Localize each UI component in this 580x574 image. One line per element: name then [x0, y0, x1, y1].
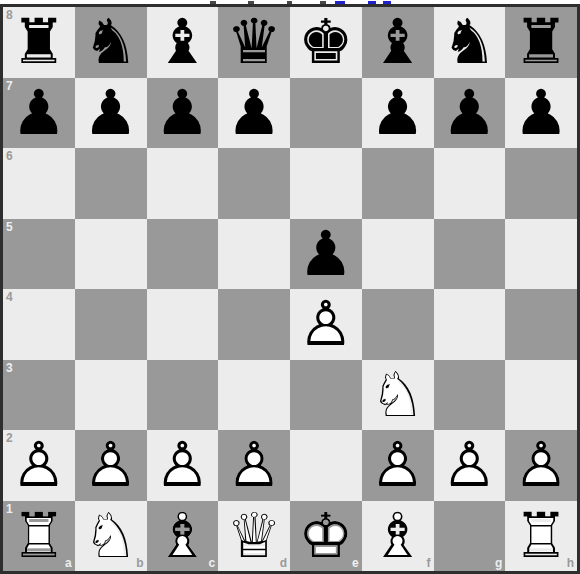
white-pawn-piece: ♟♙ [505, 430, 577, 501]
rank-label-8: 8 [6, 9, 13, 21]
square-d2[interactable]: ♟♙ [218, 430, 290, 501]
black-pawn-piece: ♟ [362, 78, 434, 149]
square-b3[interactable] [75, 360, 147, 431]
square-d8[interactable]: ♛ [218, 7, 290, 78]
black-pawn-piece: ♟ [147, 78, 219, 149]
rank-label-1: 1 [6, 503, 13, 515]
black-pawn-piece: ♟ [218, 78, 290, 149]
white-pawn-piece: ♟♙ [147, 430, 219, 501]
square-b1[interactable]: b♞♘ [75, 501, 147, 572]
square-c2[interactable]: ♟♙ [147, 430, 219, 501]
white-pawn-piece: ♟♙ [3, 430, 75, 501]
square-e6[interactable] [290, 148, 362, 219]
black-rook-piece: ♜ [3, 7, 75, 78]
white-knight-piece: ♞♘ [75, 501, 147, 572]
file-label-b: b [136, 557, 143, 569]
square-a7[interactable]: 7♟ [3, 78, 75, 149]
white-bishop-piece: ♝♗ [147, 501, 219, 572]
black-rook-piece: ♜ [505, 7, 577, 78]
square-h8[interactable]: ♜ [505, 7, 577, 78]
square-d5[interactable] [218, 219, 290, 290]
square-e5[interactable]: ♟ [290, 219, 362, 290]
square-f6[interactable] [362, 148, 434, 219]
square-g8[interactable]: ♞ [434, 7, 506, 78]
white-queen-piece: ♛♕ [218, 501, 290, 572]
white-pawn-piece: ♟♙ [290, 289, 362, 360]
black-pawn-piece: ♟ [434, 78, 506, 149]
black-bishop-piece: ♝ [147, 7, 219, 78]
white-pawn-piece: ♟♙ [434, 430, 506, 501]
square-g7[interactable]: ♟ [434, 78, 506, 149]
chess-board: 8♜♞♝♛♚♝♞♜7♟♟♟♟♟♟♟65♟4♟♙3♞♘2♟♙♟♙♟♙♟♙♟♙♟♙♟… [0, 4, 580, 574]
square-a3[interactable]: 3 [3, 360, 75, 431]
black-pawn-piece: ♟ [3, 78, 75, 149]
rank-label-7: 7 [6, 80, 13, 92]
black-king-piece: ♚ [290, 7, 362, 78]
square-f3[interactable]: ♞♘ [362, 360, 434, 431]
black-pawn-piece: ♟ [290, 219, 362, 290]
square-c3[interactable] [147, 360, 219, 431]
square-c5[interactable] [147, 219, 219, 290]
square-f4[interactable] [362, 289, 434, 360]
square-a6[interactable]: 6 [3, 148, 75, 219]
square-a1[interactable]: 1a♜♖ [3, 501, 75, 572]
square-h6[interactable] [505, 148, 577, 219]
square-h7[interactable]: ♟ [505, 78, 577, 149]
square-f2[interactable]: ♟♙ [362, 430, 434, 501]
rank-label-6: 6 [6, 150, 13, 162]
rank-label-4: 4 [6, 291, 13, 303]
square-h5[interactable] [505, 219, 577, 290]
square-b2[interactable]: ♟♙ [75, 430, 147, 501]
square-b6[interactable] [75, 148, 147, 219]
square-c8[interactable]: ♝ [147, 7, 219, 78]
white-bishop-piece: ♝♗ [362, 501, 434, 572]
square-d4[interactable] [218, 289, 290, 360]
square-g6[interactable] [434, 148, 506, 219]
square-e3[interactable] [290, 360, 362, 431]
white-rook-piece: ♜♖ [505, 501, 577, 572]
square-g3[interactable] [434, 360, 506, 431]
square-d1[interactable]: d♛♕ [218, 501, 290, 572]
white-king-piece: ♚♔ [290, 501, 362, 572]
square-d3[interactable] [218, 360, 290, 431]
file-label-a: a [65, 557, 72, 569]
file-label-h: h [567, 557, 574, 569]
square-d7[interactable]: ♟ [218, 78, 290, 149]
square-f5[interactable] [362, 219, 434, 290]
square-e8[interactable]: ♚ [290, 7, 362, 78]
file-label-d: d [280, 557, 287, 569]
square-f1[interactable]: f♝♗ [362, 501, 434, 572]
square-g4[interactable] [434, 289, 506, 360]
white-rook-piece: ♜♖ [3, 501, 75, 572]
square-e4[interactable]: ♟♙ [290, 289, 362, 360]
square-h3[interactable] [505, 360, 577, 431]
file-label-e: e [352, 557, 359, 569]
square-c1[interactable]: c♝♗ [147, 501, 219, 572]
square-b5[interactable] [75, 219, 147, 290]
square-f8[interactable]: ♝ [362, 7, 434, 78]
square-d6[interactable] [218, 148, 290, 219]
square-h4[interactable] [505, 289, 577, 360]
square-g1[interactable]: g [434, 501, 506, 572]
square-e1[interactable]: e♚♔ [290, 501, 362, 572]
square-h1[interactable]: h♜♖ [505, 501, 577, 572]
rank-label-2: 2 [6, 432, 13, 444]
square-b7[interactable]: ♟ [75, 78, 147, 149]
rank-label-5: 5 [6, 221, 13, 233]
square-c6[interactable] [147, 148, 219, 219]
file-label-f: f [427, 557, 431, 569]
rank-label-3: 3 [6, 362, 13, 374]
square-g2[interactable]: ♟♙ [434, 430, 506, 501]
white-knight-piece: ♞♘ [362, 360, 434, 431]
square-f7[interactable]: ♟ [362, 78, 434, 149]
page: 8♜♞♝♛♚♝♞♜7♟♟♟♟♟♟♟65♟4♟♙3♞♘2♟♙♟♙♟♙♟♙♟♙♟♙♟… [0, 0, 580, 574]
square-a5[interactable]: 5 [3, 219, 75, 290]
white-pawn-piece: ♟♙ [218, 430, 290, 501]
square-a8[interactable]: 8♜ [3, 7, 75, 78]
black-knight-piece: ♞ [434, 7, 506, 78]
square-e2[interactable] [290, 430, 362, 501]
square-h2[interactable]: ♟♙ [505, 430, 577, 501]
black-bishop-piece: ♝ [362, 7, 434, 78]
square-e7[interactable] [290, 78, 362, 149]
square-c7[interactable]: ♟ [147, 78, 219, 149]
square-a4[interactable]: 4 [3, 289, 75, 360]
square-c4[interactable] [147, 289, 219, 360]
white-pawn-piece: ♟♙ [362, 430, 434, 501]
file-label-g: g [495, 557, 502, 569]
black-pawn-piece: ♟ [75, 78, 147, 149]
black-queen-piece: ♛ [218, 7, 290, 78]
square-b4[interactable] [75, 289, 147, 360]
square-b8[interactable]: ♞ [75, 7, 147, 78]
file-label-c: c [209, 557, 216, 569]
square-g5[interactable] [434, 219, 506, 290]
black-knight-piece: ♞ [75, 7, 147, 78]
white-pawn-piece: ♟♙ [75, 430, 147, 501]
square-a2[interactable]: 2♟♙ [3, 430, 75, 501]
black-pawn-piece: ♟ [505, 78, 577, 149]
